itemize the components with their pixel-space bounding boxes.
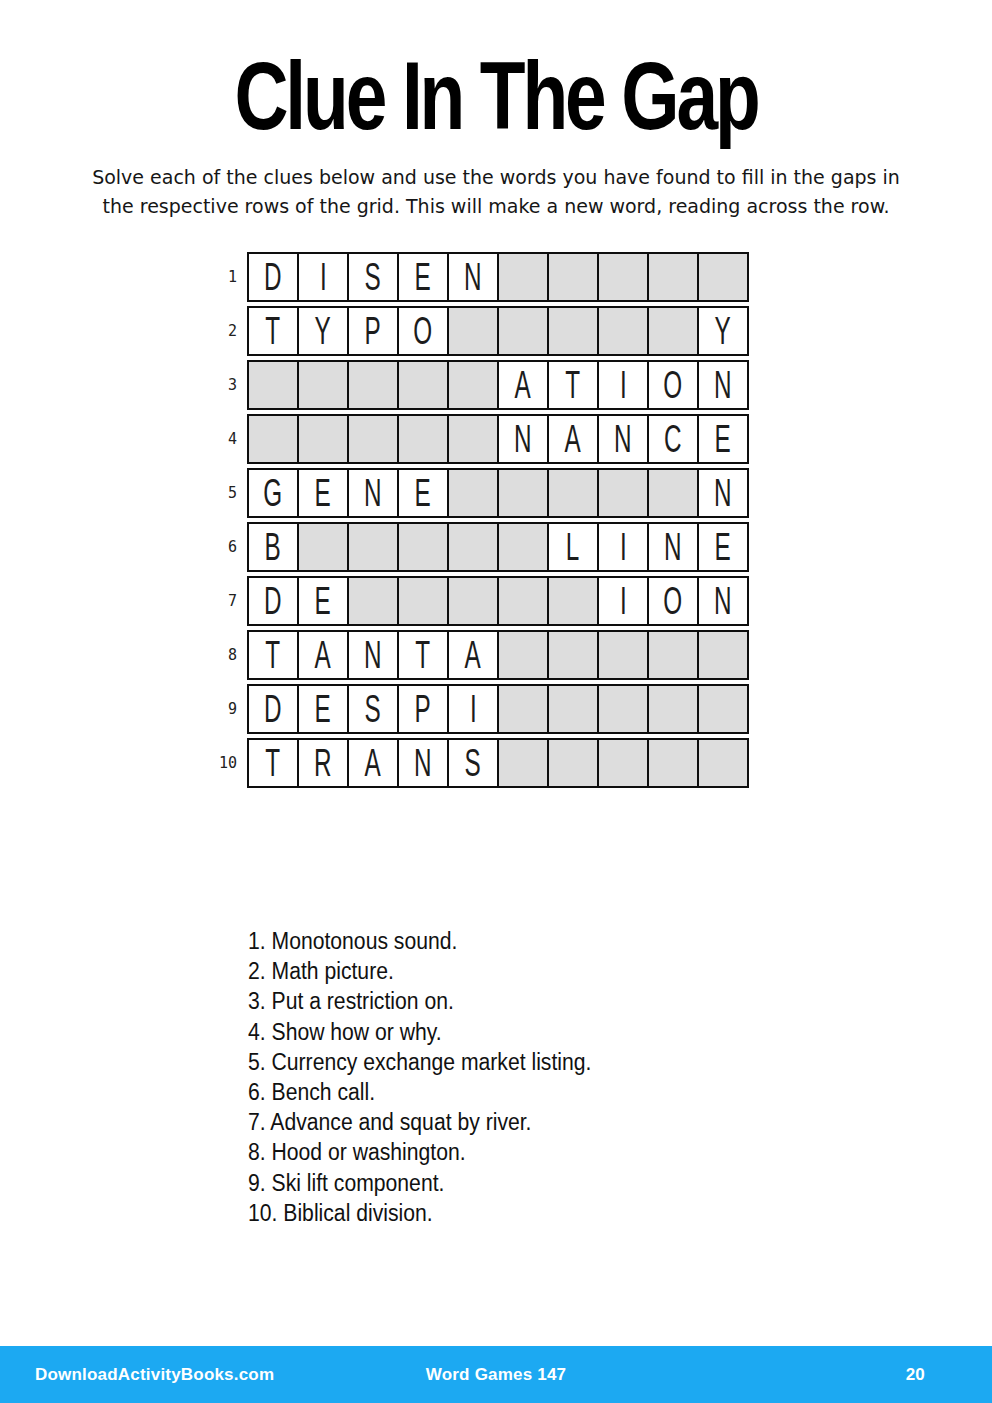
grid-row: 5GENEN (247, 468, 749, 518)
letter-cell: E (297, 684, 349, 734)
letter-cell: I (597, 576, 649, 626)
letter-cell: N (397, 738, 449, 788)
letter-cell: S (447, 738, 499, 788)
letter-cell: I (297, 252, 349, 302)
cell-letter: A (515, 366, 531, 404)
gap-cell[interactable] (697, 684, 749, 734)
letter-cell: A (347, 738, 399, 788)
gap-cell[interactable] (447, 360, 499, 410)
clue-item: 10. Biblical division. (248, 1198, 591, 1228)
letter-cell: E (397, 468, 449, 518)
cell-letter: E (415, 474, 431, 512)
cell-letter: N (664, 528, 682, 566)
letter-cell: E (697, 522, 749, 572)
cell-letter: D (264, 690, 282, 728)
row-number: 8 (205, 646, 237, 664)
grid-row: 4NANCE (247, 414, 749, 464)
row-number: 9 (205, 700, 237, 718)
letter-cell: O (647, 360, 699, 410)
cell-letter: P (415, 690, 431, 728)
letter-cell: I (447, 684, 499, 734)
cell-letter: E (315, 582, 331, 620)
letter-cell: T (397, 630, 449, 680)
cell-letter: E (315, 474, 331, 512)
clue-item: 9. Ski lift component. (248, 1168, 591, 1198)
cell-letter: N (714, 366, 732, 404)
letter-cell: Y (697, 306, 749, 356)
cell-letter: N (414, 744, 432, 782)
letter-cell: T (247, 738, 299, 788)
cell-letter: I (470, 690, 477, 728)
page-title: Clue In The Gap (109, 46, 883, 147)
grid-row: 1DISEN (247, 252, 749, 302)
letter-cell: P (347, 306, 399, 356)
gap-cell[interactable] (497, 630, 549, 680)
letter-cell: I (597, 522, 649, 572)
row-number: 5 (205, 484, 237, 502)
grid-row: 2TYPOY (247, 306, 749, 356)
letter-cell: S (347, 684, 399, 734)
cell-letter: E (715, 420, 731, 458)
letter-cell: N (597, 414, 649, 464)
row-number: 10 (205, 754, 237, 772)
letter-cell: I (597, 360, 649, 410)
clue-item: 1. Monotonous sound. (248, 926, 591, 956)
cell-letter: O (664, 582, 683, 620)
grid-row: 7DEION (247, 576, 749, 626)
gap-cell[interactable] (597, 468, 649, 518)
cell-letter: L (566, 528, 580, 566)
gap-cell[interactable] (497, 738, 549, 788)
gap-cell[interactable] (447, 522, 499, 572)
grid-row: 3ATION (247, 360, 749, 410)
cell-letter: Y (715, 312, 731, 350)
footer-bar: DownloadActivityBooks.com Word Games 147… (0, 1346, 992, 1403)
cell-letter: G (264, 474, 283, 512)
letter-cell: T (547, 360, 599, 410)
letter-cell: N (697, 576, 749, 626)
clue-item: 3. Put a restriction on. (248, 986, 591, 1016)
gap-cell[interactable] (547, 576, 599, 626)
row-number: 3 (205, 376, 237, 394)
gap-cell[interactable] (547, 468, 599, 518)
row-number: 1 (205, 268, 237, 286)
cell-letter: R (314, 744, 332, 782)
cell-letter: T (266, 636, 281, 674)
gap-cell[interactable] (297, 360, 349, 410)
letter-cell: O (647, 576, 699, 626)
gap-cell[interactable] (397, 576, 449, 626)
clue-item: 6. Bench call. (248, 1077, 591, 1107)
gap-cell[interactable] (547, 630, 599, 680)
grid-row: 9DESPI (247, 684, 749, 734)
gap-cell[interactable] (547, 738, 599, 788)
letter-cell: B (247, 522, 299, 572)
instructions-line-1: Solve each of the clues below and use th… (0, 163, 992, 192)
worksheet-page: Clue In The Gap Solve each of the clues … (0, 0, 992, 1403)
letter-cell: N (647, 522, 699, 572)
gap-cell[interactable] (497, 684, 549, 734)
cell-letter: I (620, 528, 627, 566)
gap-cell[interactable] (297, 522, 349, 572)
cell-letter: D (264, 258, 282, 296)
cell-letter: C (664, 420, 682, 458)
clue-item: 7. Advance and squat by river. (248, 1107, 591, 1137)
clue-item: 5. Currency exchange market listing. (248, 1047, 591, 1077)
cell-letter: B (265, 528, 281, 566)
letter-cell: O (397, 306, 449, 356)
gap-cell[interactable] (697, 738, 749, 788)
gap-cell[interactable] (647, 306, 699, 356)
letter-cell: A (297, 630, 349, 680)
cell-letter: N (364, 474, 382, 512)
row-number: 2 (205, 322, 237, 340)
footer-page-number: 20 (906, 1365, 925, 1385)
gap-cell[interactable] (597, 630, 649, 680)
letter-cell: T (247, 630, 299, 680)
letter-cell: Y (297, 306, 349, 356)
letter-cell: G (247, 468, 299, 518)
gap-cell[interactable] (547, 306, 599, 356)
cell-letter: N (714, 582, 732, 620)
gap-cell[interactable] (447, 576, 499, 626)
cell-letter: P (365, 312, 381, 350)
gap-cell[interactable] (547, 252, 599, 302)
gap-cell[interactable] (597, 252, 649, 302)
cell-letter: S (465, 744, 481, 782)
letter-cell: P (397, 684, 449, 734)
grid-row: 10TRANS (247, 738, 749, 788)
cell-letter: I (320, 258, 327, 296)
clue-item: 4. Show how or why. (248, 1017, 591, 1047)
letter-cell: N (347, 468, 399, 518)
gap-cell[interactable] (547, 684, 599, 734)
row-number: 7 (205, 592, 237, 610)
gap-cell[interactable] (647, 468, 699, 518)
gap-cell[interactable] (447, 306, 499, 356)
gap-cell[interactable] (497, 306, 549, 356)
letter-cell: T (247, 306, 299, 356)
letter-cell: N (697, 360, 749, 410)
gap-cell[interactable] (397, 414, 449, 464)
gap-cell[interactable] (597, 306, 649, 356)
letter-cell: D (247, 576, 299, 626)
cell-letter: Y (315, 312, 331, 350)
letter-cell: E (297, 576, 349, 626)
gap-cell[interactable] (447, 468, 499, 518)
letter-cell: E (397, 252, 449, 302)
cell-letter: O (664, 366, 683, 404)
letter-cell: S (347, 252, 399, 302)
letter-cell: L (547, 522, 599, 572)
gap-cell[interactable] (697, 630, 749, 680)
cell-letter: A (565, 420, 581, 458)
cell-letter: A (315, 636, 331, 674)
gap-cell[interactable] (597, 684, 649, 734)
cell-letter: I (620, 366, 627, 404)
grid-row: 8TANTA (247, 630, 749, 680)
cell-letter: T (266, 744, 281, 782)
gap-cell[interactable] (397, 522, 449, 572)
gap-cell[interactable] (347, 360, 399, 410)
cell-letter: D (264, 582, 282, 620)
gap-cell[interactable] (697, 252, 749, 302)
gap-cell[interactable] (447, 414, 499, 464)
cell-letter: O (414, 312, 433, 350)
gap-cell[interactable] (647, 630, 699, 680)
gap-cell[interactable] (247, 414, 299, 464)
instructions-line-2: the respective rows of the grid. This wi… (0, 192, 992, 221)
letter-cell: D (247, 252, 299, 302)
cell-letter: I (620, 582, 627, 620)
gap-cell[interactable] (497, 252, 549, 302)
cell-letter: N (464, 258, 482, 296)
cell-letter: S (365, 690, 381, 728)
letter-cell: R (297, 738, 349, 788)
gap-cell[interactable] (647, 684, 699, 734)
gap-cell[interactable] (497, 576, 549, 626)
gap-cell[interactable] (647, 252, 699, 302)
instructions: Solve each of the clues below and use th… (0, 163, 992, 222)
cell-letter: A (365, 744, 381, 782)
puzzle-grid: 1DISEN2TYPOY3ATION4NANCE5GENEN6BLINE7DEI… (247, 252, 749, 792)
gap-cell[interactable] (497, 522, 549, 572)
letter-cell: A (497, 360, 549, 410)
gap-cell[interactable] (247, 360, 299, 410)
cell-letter: E (715, 528, 731, 566)
cell-letter: N (614, 420, 632, 458)
cell-letter: N (514, 420, 532, 458)
letter-cell: N (697, 468, 749, 518)
cell-letter: T (266, 312, 281, 350)
footer-series-label: Word Games 147 (0, 1365, 992, 1385)
letter-cell: N (447, 252, 499, 302)
letter-cell: C (647, 414, 699, 464)
gap-cell[interactable] (347, 414, 399, 464)
gap-cell[interactable] (347, 522, 399, 572)
cell-letter: A (465, 636, 481, 674)
cell-letter: N (364, 636, 382, 674)
cell-letter: S (365, 258, 381, 296)
cell-letter: T (566, 366, 581, 404)
clue-item: 2. Math picture. (248, 956, 591, 986)
gap-cell[interactable] (597, 738, 649, 788)
cell-letter: N (714, 474, 732, 512)
letter-cell: A (447, 630, 499, 680)
cell-letter: T (416, 636, 431, 674)
gap-cell[interactable] (397, 360, 449, 410)
letter-cell: E (297, 468, 349, 518)
clues-list: 1. Monotonous sound.2. Math picture.3. P… (248, 926, 621, 1228)
letter-cell: A (547, 414, 599, 464)
gap-cell[interactable] (497, 468, 549, 518)
grid-row: 6BLINE (247, 522, 749, 572)
row-number: 4 (205, 430, 237, 448)
cell-letter: E (315, 690, 331, 728)
row-number: 6 (205, 538, 237, 556)
gap-cell[interactable] (297, 414, 349, 464)
letter-cell: N (497, 414, 549, 464)
gap-cell[interactable] (647, 738, 699, 788)
letter-cell: D (247, 684, 299, 734)
letter-cell: E (697, 414, 749, 464)
gap-cell[interactable] (347, 576, 399, 626)
clue-item: 8. Hood or washington. (248, 1137, 591, 1167)
cell-letter: E (415, 258, 431, 296)
letter-cell: N (347, 630, 399, 680)
